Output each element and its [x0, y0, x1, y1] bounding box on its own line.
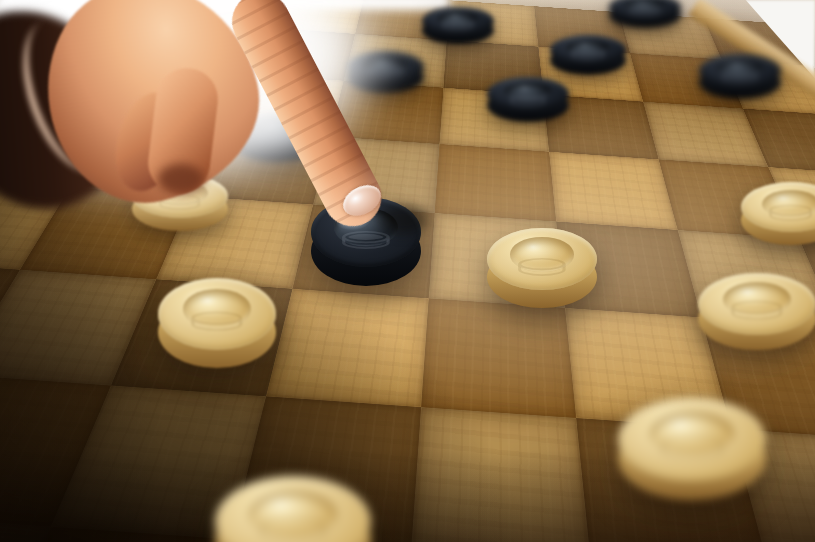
- piece-dish: [183, 289, 251, 329]
- piece-face: [215, 476, 371, 542]
- background-top-strip: [0, 0, 450, 10]
- piece-dish: [248, 490, 339, 542]
- checkers-photo-scene: ⛂⛂⛂⛂⛂⛂⛂⛀⛀⛂⛀⛀⛀⛀⛀: [0, 0, 815, 542]
- piece-dark-g7[interactable]: ⛂: [699, 54, 781, 99]
- piece-dark-d8[interactable]: ⛂: [422, 7, 494, 44]
- piece-dark-c5[interactable]: ⛂: [311, 197, 421, 286]
- square-e2[interactable]: [411, 407, 591, 542]
- piece-face: [233, 112, 321, 150]
- piece-light-g5[interactable]: ⛀: [741, 182, 815, 245]
- piece-dish: [152, 181, 208, 206]
- piece-dish: [716, 59, 764, 78]
- piece-face: [311, 197, 421, 267]
- piece-dish: [504, 82, 552, 101]
- piece-dish: [566, 40, 610, 57]
- piece-dark-e7[interactable]: ⛂: [550, 35, 626, 75]
- piece-dish: [334, 208, 398, 247]
- piece-face: [158, 278, 276, 350]
- piece-dark-d6[interactable]: ⛂: [487, 77, 569, 122]
- square-f5[interactable]: [549, 152, 678, 230]
- piece-dish: [762, 190, 815, 218]
- piece-face: [618, 398, 766, 482]
- piece-face: [698, 273, 815, 335]
- square-e3[interactable]: [421, 298, 576, 418]
- piece-dish: [723, 282, 791, 317]
- piece-dish: [510, 237, 574, 272]
- piece-dark-f8[interactable]: ⛂: [609, 0, 681, 28]
- piece-face: [487, 77, 569, 111]
- piece-light-b2[interactable]: ⛀: [215, 476, 371, 542]
- piece-light-a5[interactable]: ⛀: [132, 174, 228, 231]
- piece-dark-c7[interactable]: ⛂: [346, 51, 424, 93]
- piece-dish: [624, 0, 666, 12]
- piece-dish: [251, 118, 302, 139]
- square-c7[interactable]: [244, 28, 355, 81]
- square-d3[interactable]: [266, 289, 429, 408]
- piece-face: [699, 54, 781, 88]
- piece-face: [132, 174, 228, 218]
- piece-dish: [362, 56, 407, 74]
- piece-face: [422, 7, 494, 35]
- piece-face: [550, 35, 626, 65]
- piece-face: [487, 228, 597, 290]
- square-e5[interactable]: [435, 144, 556, 221]
- piece-light-f4[interactable]: ⛀: [698, 273, 815, 350]
- piece-dish: [437, 11, 479, 27]
- piece-light-e3[interactable]: ⛀: [618, 398, 766, 500]
- piece-dish: [649, 411, 735, 458]
- piece-dark-b6[interactable]: ⛂: [233, 112, 321, 162]
- piece-light-b4[interactable]: ⛀: [158, 278, 276, 368]
- piece-light-e5[interactable]: ⛀: [487, 228, 597, 308]
- piece-face: [346, 51, 424, 83]
